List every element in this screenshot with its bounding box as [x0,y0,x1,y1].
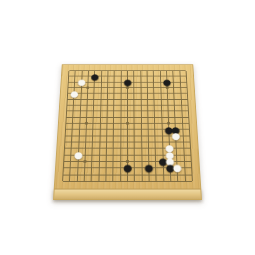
board-surface: ●●●●●●●●●●●●●●●●● [54,64,202,188]
product-photo-scene: ●●●●●●●●●●●●●●●●● [0,0,255,255]
intersection [124,171,131,178]
intersection [131,178,138,185]
intersection [110,171,117,178]
intersection [188,171,196,178]
intersection: ● [124,165,131,172]
intersection [131,165,138,172]
board-front-edge [53,189,202,200]
intersection [109,178,116,185]
go-board: ●●●●●●●●●●●●●●●●● [53,64,202,200]
intersection [131,171,138,178]
intersection [138,178,145,185]
intersection [117,178,124,185]
black-stone: ● [124,165,131,172]
intersection [117,165,124,172]
intersection [124,178,131,185]
intersection [138,165,145,172]
intersection [110,165,117,172]
intersection [188,178,196,185]
board-grid: ●●●●●●●●●●●●●●●●● [59,68,196,185]
intersection [117,171,124,178]
intersection [188,165,196,172]
